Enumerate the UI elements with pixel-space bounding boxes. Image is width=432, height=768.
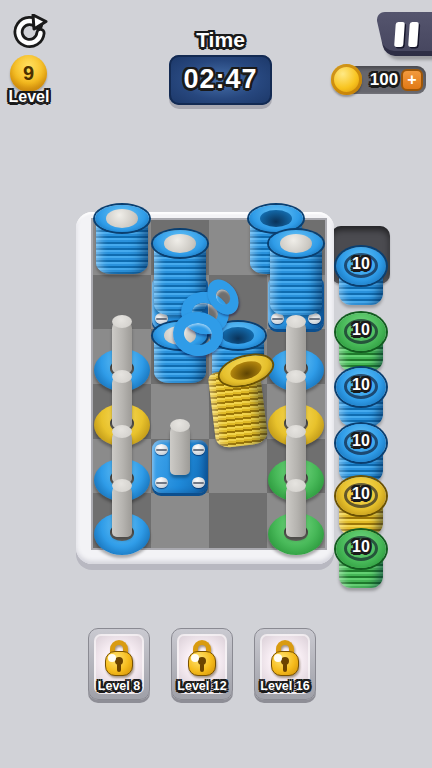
stack-count: 10	[336, 376, 386, 394]
stack-count: 10	[336, 255, 386, 273]
tray-stack-3-blue[interactable]: 10	[336, 368, 386, 430]
game-screen: 9 Level Time 02:47 100 + 101010101010 Le…	[0, 0, 432, 768]
level-number: 9	[23, 62, 34, 84]
peg	[286, 431, 306, 483]
pause-button[interactable]	[375, 12, 432, 56]
locked-level-label: Level 16	[253, 679, 318, 693]
blue-peg-ring[interactable]	[93, 493, 151, 548]
peg-cap	[280, 234, 312, 253]
stack-top	[95, 205, 149, 232]
locked-level-button-12[interactable]: Level 12	[171, 628, 233, 700]
screw-icon	[192, 444, 205, 455]
restart-icon	[12, 14, 48, 50]
level-badge: 9	[10, 55, 47, 92]
locked-level-button-8[interactable]: Level 8	[88, 628, 150, 700]
locked-level-button-16[interactable]: Level 16	[254, 628, 316, 700]
green-peg-ring[interactable]	[267, 493, 325, 548]
peg	[286, 485, 306, 537]
plus-icon: +	[407, 71, 416, 88]
level-button-face: Level 8	[94, 634, 144, 694]
blue-tall-stack[interactable]	[93, 220, 151, 275]
peg	[286, 321, 306, 373]
add-coins-button[interactable]: +	[401, 69, 423, 91]
blue-plate-peg[interactable]	[151, 439, 209, 494]
screw-icon	[192, 477, 205, 488]
coin-counter: 100 +	[334, 66, 426, 94]
lock-icon	[186, 640, 218, 678]
tray-stack-2-green[interactable]: 10	[336, 313, 386, 375]
coin-value: 100	[362, 70, 406, 90]
level-button-face: Level 16	[260, 634, 310, 694]
screw-icon	[155, 444, 168, 455]
tray-stack-6-green[interactable]: 10	[336, 530, 386, 592]
pieces-layer	[93, 220, 325, 548]
stack-top	[153, 230, 207, 257]
timer-box: 02:47	[169, 55, 272, 105]
screw-icon	[155, 477, 168, 488]
stack-count: 10	[336, 538, 386, 556]
pause-icon	[380, 12, 432, 56]
locked-level-label: Level 8	[87, 679, 152, 693]
lock-icon	[269, 640, 301, 678]
tray-stack-1-blue[interactable]: 10	[336, 247, 386, 309]
yellow-lean-stack[interactable]	[209, 384, 267, 439]
timer-value: 02:47	[183, 64, 257, 94]
hollow-opening	[222, 327, 254, 344]
hollow-opening	[260, 210, 292, 227]
peg	[112, 431, 132, 483]
time-label: Time	[169, 28, 272, 52]
locked-levels-row: Level 8 Level 12 Level 16	[88, 628, 316, 700]
peg	[112, 321, 132, 373]
stack-top	[269, 230, 323, 257]
lock-icon	[103, 640, 135, 678]
peg-cap	[164, 234, 196, 253]
locked-level-label: Level 12	[170, 679, 235, 693]
stack-count: 10	[336, 321, 386, 339]
stack-count: 10	[336, 485, 386, 503]
peg	[112, 376, 132, 428]
restart-button[interactable]	[12, 14, 48, 50]
level-button-face: Level 12	[177, 634, 227, 694]
peg	[170, 425, 190, 475]
peg	[286, 376, 306, 428]
peg	[112, 485, 132, 537]
stack-count: 10	[336, 432, 386, 450]
level-label: Level	[0, 88, 60, 106]
coin-icon	[331, 64, 362, 95]
stack-top	[249, 205, 303, 232]
peg-cap	[106, 209, 138, 228]
hollow-opening	[228, 358, 263, 383]
